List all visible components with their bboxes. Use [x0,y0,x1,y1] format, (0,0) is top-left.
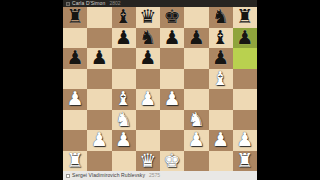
square-a3[interactable] [63,110,87,131]
white-bishop: ♝ [115,89,132,109]
square-b5[interactable] [87,69,111,90]
square-f1[interactable] [184,151,208,172]
white-knight: ♞ [188,110,205,130]
square-a6[interactable]: ♟ [63,48,87,69]
square-d8[interactable]: ♛ [136,7,160,28]
white-pawn: ♟ [139,89,156,109]
white-rook: ♜ [236,151,253,171]
square-c4[interactable]: ♝ [112,89,136,110]
square-h4[interactable] [233,89,257,110]
top-player-bar: Carla D'Simon 2802 [63,0,257,7]
square-e3[interactable] [160,110,184,131]
square-e8[interactable]: ♚ [160,7,184,28]
square-c1[interactable] [112,151,136,172]
square-d4[interactable]: ♟ [136,89,160,110]
square-h5[interactable] [233,69,257,90]
square-g8[interactable]: ♞ [209,7,233,28]
square-f5[interactable] [184,69,208,90]
square-a5[interactable] [63,69,87,90]
black-rook: ♜ [67,7,84,27]
black-king: ♚ [164,7,181,27]
white-pawn: ♟ [212,130,229,150]
white-player-color-icon [66,174,70,178]
square-f4[interactable] [184,89,208,110]
white-knight: ♞ [115,110,132,130]
black-pawn: ♟ [115,28,132,48]
white-pawn: ♟ [67,89,84,109]
square-b8[interactable] [87,7,111,28]
square-f8[interactable] [184,7,208,28]
square-g7[interactable]: ♝ [209,28,233,49]
black-rook: ♜ [236,7,253,27]
black-bishop: ♝ [115,7,132,27]
square-c5[interactable] [112,69,136,90]
square-b1[interactable] [87,151,111,172]
square-f3[interactable]: ♞ [184,110,208,131]
square-g4[interactable] [209,89,233,110]
square-g6[interactable]: ♟ [209,48,233,69]
square-h7[interactable]: ♟ [233,28,257,49]
square-e6[interactable] [160,48,184,69]
square-e2[interactable] [160,130,184,151]
square-h1[interactable]: ♜ [233,151,257,172]
square-a2[interactable] [63,130,87,151]
square-h2[interactable]: ♟ [233,130,257,151]
square-d7[interactable]: ♞ [136,28,160,49]
white-pawn: ♟ [164,89,181,109]
square-d3[interactable] [136,110,160,131]
white-pawn: ♟ [91,130,108,150]
square-b3[interactable] [87,110,111,131]
square-a1[interactable]: ♜ [63,151,87,172]
black-bishop: ♝ [212,28,229,48]
black-queen: ♛ [139,7,156,27]
square-a8[interactable]: ♜ [63,7,87,28]
square-a4[interactable]: ♟ [63,89,87,110]
square-f6[interactable] [184,48,208,69]
square-d6[interactable]: ♟ [136,48,160,69]
white-pawn: ♟ [236,130,253,150]
square-h8[interactable]: ♜ [233,7,257,28]
square-g3[interactable] [209,110,233,131]
white-bishop: ♝ [212,69,229,89]
square-b2[interactable]: ♟ [87,130,111,151]
top-player-rating: 2802 [109,1,120,6]
square-e7[interactable]: ♟ [160,28,184,49]
black-knight: ♞ [139,28,156,48]
square-g1[interactable] [209,151,233,172]
square-f2[interactable]: ♟ [184,130,208,151]
top-player-name: Carla D'Simon [72,1,105,6]
square-g5[interactable]: ♝ [209,69,233,90]
square-f7[interactable]: ♟ [184,28,208,49]
square-c2[interactable]: ♟ [112,130,136,151]
black-knight: ♞ [212,7,229,27]
white-queen: ♛ [139,151,156,171]
black-pawn: ♟ [91,48,108,68]
square-e4[interactable]: ♟ [160,89,184,110]
square-c8[interactable]: ♝ [112,7,136,28]
white-pawn: ♟ [188,130,205,150]
square-b7[interactable] [87,28,111,49]
square-d1[interactable]: ♛ [136,151,160,172]
square-b4[interactable] [87,89,111,110]
square-c7[interactable]: ♟ [112,28,136,49]
square-g2[interactable]: ♟ [209,130,233,151]
square-e1[interactable]: ♚ [160,151,184,172]
bottom-player-bar: Sergei Vladimirovich Rublevsky 2575 [63,171,257,180]
square-e5[interactable] [160,69,184,90]
black-pawn: ♟ [67,48,84,68]
black-pawn: ♟ [139,48,156,68]
square-h3[interactable] [233,110,257,131]
black-pawn: ♟ [236,28,253,48]
square-h6[interactable] [233,48,257,69]
square-c3[interactable]: ♞ [112,110,136,131]
chess-board[interactable]: ♜♝♛♚♞♜♟♞♟♟♝♟♟♟♟♟♝♟♝♟♟♞♞♟♟♟♟♟♜♛♚♜ [63,7,257,171]
white-pawn: ♟ [115,130,132,150]
white-king: ♚ [164,151,181,171]
square-a7[interactable] [63,28,87,49]
square-d5[interactable] [136,69,160,90]
black-player-color-icon [66,2,70,6]
square-b6[interactable]: ♟ [87,48,111,69]
game-view: Carla D'Simon 2802 ♜♝♛♚♞♜♟♞♟♟♝♟♟♟♟♟♝♟♝♟♟… [63,0,257,180]
black-pawn: ♟ [188,28,205,48]
black-pawn: ♟ [212,48,229,68]
square-c6[interactable] [112,48,136,69]
bottom-player-rating: 2575 [149,173,160,178]
white-rook: ♜ [67,151,84,171]
bottom-player-name: Sergei Vladimirovich Rublevsky [72,173,145,178]
square-d2[interactable] [136,130,160,151]
black-pawn: ♟ [164,28,181,48]
